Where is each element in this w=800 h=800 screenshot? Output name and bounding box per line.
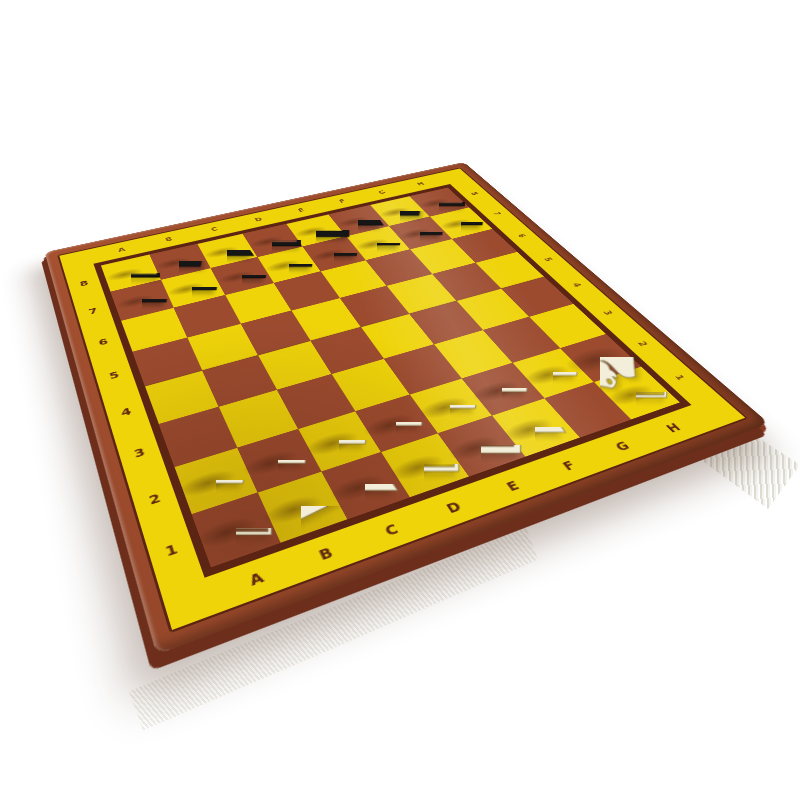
product-photo-scene: AABBCCDDEEFFGGHH1122334455667788♜♞♝♛♚♝♞♜…	[0, 0, 800, 800]
